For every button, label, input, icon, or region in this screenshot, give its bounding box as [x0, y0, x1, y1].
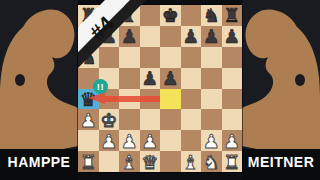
- white-rook[interactable]: ♜: [80, 152, 97, 172]
- square-f6[interactable]: [181, 47, 202, 68]
- square-d8[interactable]: [140, 5, 161, 26]
- square-a7[interactable]: ♟: [78, 26, 99, 47]
- square-h5[interactable]: [222, 68, 243, 89]
- square-g4[interactable]: [201, 89, 222, 110]
- square-b3[interactable]: ♚: [99, 109, 120, 130]
- square-e1[interactable]: [160, 151, 181, 172]
- white-knight[interactable]: ♞: [203, 152, 220, 172]
- square-h4[interactable]: [222, 89, 243, 110]
- square-a1[interactable]: ♜: [78, 151, 99, 172]
- black-rook[interactable]: ♜: [80, 5, 97, 25]
- square-g3[interactable]: [201, 109, 222, 130]
- square-f3[interactable]: [181, 109, 202, 130]
- black-pawn[interactable]: ♟: [141, 68, 158, 88]
- white-player-nameplate: HAMPPE: [0, 149, 78, 180]
- square-g2[interactable]: ♟: [201, 130, 222, 151]
- black-player-nameplate: MEITNER: [242, 149, 320, 180]
- square-c6[interactable]: [119, 47, 140, 68]
- square-g6[interactable]: [201, 47, 222, 68]
- square-g5[interactable]: [201, 68, 222, 89]
- square-e6[interactable]: [160, 47, 181, 68]
- move-arrow-head: [88, 92, 105, 104]
- white-bishop[interactable]: ♝: [182, 152, 199, 172]
- square-h1[interactable]: ♜: [222, 151, 243, 172]
- square-d7[interactable]: [140, 26, 161, 47]
- square-g8[interactable]: ♞: [201, 5, 222, 26]
- square-f8[interactable]: [181, 5, 202, 26]
- white-pawn[interactable]: ♟: [203, 131, 220, 151]
- square-g1[interactable]: ♞: [201, 151, 222, 172]
- thinker-silhouette-shape: [0, 9, 78, 152]
- square-b1[interactable]: [99, 151, 120, 172]
- square-a8[interactable]: ♜: [78, 5, 99, 26]
- square-e7[interactable]: [160, 26, 181, 47]
- square-d2[interactable]: ♟: [140, 130, 161, 151]
- black-king[interactable]: ♚: [162, 5, 179, 25]
- square-h8[interactable]: ♜: [222, 5, 243, 26]
- square-h7[interactable]: ♟: [222, 26, 243, 47]
- square-h2[interactable]: ♟: [222, 130, 243, 151]
- square-f7[interactable]: ♟: [181, 26, 202, 47]
- square-c2[interactable]: ♟: [119, 130, 140, 151]
- black-pawn[interactable]: ♟: [182, 26, 199, 46]
- square-f2[interactable]: [181, 130, 202, 151]
- white-queen[interactable]: ♛: [141, 152, 158, 172]
- square-c3[interactable]: [119, 109, 140, 130]
- black-rook[interactable]: ♜: [223, 5, 240, 25]
- brilliant-move-badge-text: !!: [97, 81, 104, 92]
- white-pawn[interactable]: ♟: [121, 131, 138, 151]
- move-arrow: [105, 96, 160, 103]
- chess-board: ♜♝♚♞♜♟♟♟♟♟♟♞♟♟♛♟♚♟♟♟♟♟♜♝♛♝♞♜ !!: [78, 5, 242, 172]
- black-pawn[interactable]: ♟: [100, 26, 117, 46]
- white-king[interactable]: ♚: [100, 110, 117, 130]
- white-rook[interactable]: ♜: [223, 152, 240, 172]
- square-b6[interactable]: [99, 47, 120, 68]
- square-e3[interactable]: [160, 109, 181, 130]
- thumbnail-canvas: HAMPPE MEITNER ♜♝♚♞♜♟♟♟♟♟♟♞♟♟♛♟♚♟♟♟♟♟♜♝♛…: [0, 0, 320, 180]
- white-pawn[interactable]: ♟: [80, 110, 97, 130]
- square-d6[interactable]: [140, 47, 161, 68]
- square-g7[interactable]: ♟: [201, 26, 222, 47]
- black-player-name: MEITNER: [248, 154, 315, 170]
- black-pawn[interactable]: ♟: [80, 26, 97, 46]
- square-d1[interactable]: ♛: [140, 151, 161, 172]
- white-pawn[interactable]: ♟: [223, 131, 240, 151]
- square-h3[interactable]: [222, 109, 243, 130]
- thinker-silhouette-shape: [242, 9, 320, 152]
- black-bishop[interactable]: ♝: [121, 5, 138, 25]
- square-d3[interactable]: [140, 109, 161, 130]
- square-c7[interactable]: ♟: [119, 26, 140, 47]
- black-pawn[interactable]: ♟: [162, 68, 179, 88]
- square-b2[interactable]: ♟: [99, 130, 120, 151]
- white-pawn[interactable]: ♟: [100, 131, 117, 151]
- black-knight[interactable]: ♞: [203, 5, 220, 25]
- square-a3[interactable]: ♟: [78, 109, 99, 130]
- square-c1[interactable]: ♝: [119, 151, 140, 172]
- silhouette-arm-gap: [295, 74, 305, 86]
- square-f5[interactable]: [181, 68, 202, 89]
- square-a2[interactable]: [78, 130, 99, 151]
- black-pawn[interactable]: ♟: [223, 26, 240, 46]
- square-h6[interactable]: [222, 47, 243, 68]
- square-c8[interactable]: ♝: [119, 5, 140, 26]
- square-f1[interactable]: ♝: [181, 151, 202, 172]
- black-pawn[interactable]: ♟: [121, 26, 138, 46]
- square-b8[interactable]: [99, 5, 120, 26]
- right-panel: MEITNER: [242, 0, 320, 180]
- square-e4[interactable]: [160, 89, 181, 110]
- square-f4[interactable]: [181, 89, 202, 110]
- square-e5[interactable]: ♟: [160, 68, 181, 89]
- left-panel: HAMPPE: [0, 0, 78, 180]
- silhouette-arm-gap: [15, 74, 25, 86]
- white-pawn[interactable]: ♟: [141, 131, 158, 151]
- square-e2[interactable]: [160, 130, 181, 151]
- square-b7[interactable]: ♟: [99, 26, 120, 47]
- white-bishop[interactable]: ♝: [121, 152, 138, 172]
- square-d5[interactable]: ♟: [140, 68, 161, 89]
- brilliant-move-badge: !!: [93, 79, 108, 94]
- square-a6[interactable]: ♞: [78, 47, 99, 68]
- white-player-name: HAMPPE: [8, 154, 71, 170]
- square-e8[interactable]: ♚: [160, 5, 181, 26]
- black-knight[interactable]: ♞: [80, 47, 97, 67]
- square-c5[interactable]: [119, 68, 140, 89]
- black-pawn[interactable]: ♟: [203, 26, 220, 46]
